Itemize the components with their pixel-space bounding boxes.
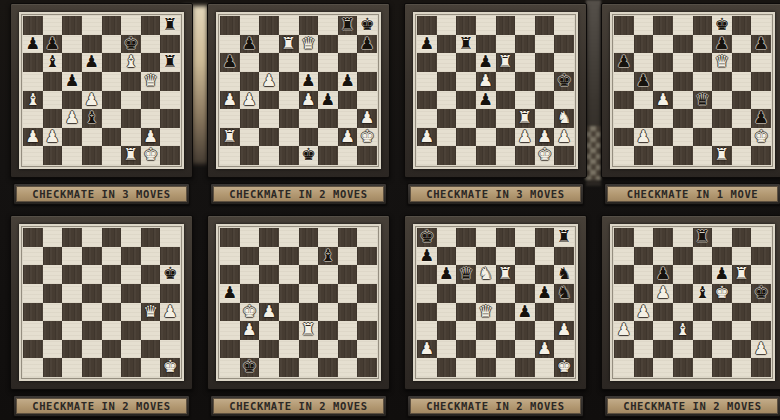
square-e8 [299,16,319,35]
square-c5: ♟ [653,284,673,303]
square-g6 [535,265,555,284]
square-e1 [102,146,122,165]
square-a2: ♟ [417,128,437,147]
square-b6: ♝ [43,53,63,72]
square-b1 [634,358,654,377]
black-pawn-icon: ♟ [715,266,730,283]
square-a7 [220,247,240,266]
square-h2: ♚ [751,128,771,147]
square-f2 [712,128,732,147]
square-c7 [653,35,673,54]
square-e6 [102,53,122,72]
square-a5 [23,284,43,303]
square-g4 [338,91,358,110]
square-d4: ♟ [82,91,102,110]
square-c7 [62,247,82,266]
square-f6 [121,265,141,284]
square-g4 [535,303,555,322]
square-f3 [318,321,338,340]
square-f4: ♟ [318,91,338,110]
square-d7 [673,35,693,54]
puzzle-card-1[interactable]: ♜♟♟♚♝♟♝♜♟♛♝♟♟♝♟♟♟♜♚ CHECKMATE IN 3 MOVES [10,3,193,205]
white-rook-icon: ♜ [518,110,533,127]
square-b8 [240,16,260,35]
white-pawn-icon: ♟ [656,284,671,301]
square-e2 [496,340,516,359]
square-e4 [496,303,516,322]
square-e1 [496,358,516,377]
square-e8 [496,228,516,247]
square-b3 [437,109,457,128]
black-pawn-icon: ♟ [439,266,454,283]
square-e6 [299,265,319,284]
square-g8: ♜ [338,16,358,35]
black-pawn-icon: ♟ [754,35,769,52]
square-e7 [693,247,713,266]
chess-board-4: ♚♟♟♟♛♟♟♛♟♟♚♜ [614,16,771,165]
square-a1 [417,358,437,377]
square-d2 [279,340,299,359]
square-b8 [437,228,457,247]
square-g4 [338,303,358,322]
square-c8 [456,16,476,35]
square-g5 [732,72,752,91]
square-f8 [318,16,338,35]
black-bishop-icon: ♝ [45,54,60,71]
square-a2: ♟ [23,128,43,147]
square-h4 [751,91,771,110]
square-a5 [614,284,634,303]
square-d1 [476,358,496,377]
square-f7 [121,247,141,266]
square-c3 [456,321,476,340]
square-h6 [357,53,377,72]
square-c7: ♜ [456,35,476,54]
square-c7 [456,247,476,266]
square-b3 [634,321,654,340]
square-b1 [437,146,457,165]
square-e3 [102,109,122,128]
white-pawn-icon: ♟ [340,128,355,145]
square-b4: ♟ [634,303,654,322]
square-e5 [496,284,516,303]
square-b8 [634,16,654,35]
white-pawn-icon: ♟ [636,128,651,145]
square-b2 [240,128,260,147]
white-pawn-icon: ♟ [262,303,277,320]
square-b6 [43,265,63,284]
black-pawn-icon: ♟ [754,110,769,127]
square-f6: ♟ [712,265,732,284]
square-b1: ♚ [240,358,260,377]
black-pawn-icon: ♟ [419,35,434,52]
square-h5: ♞ [554,284,574,303]
black-pawn-icon: ♟ [25,35,40,52]
square-c5 [62,284,82,303]
square-h1 [357,146,377,165]
square-d5: ♟ [476,72,496,91]
white-bishop-icon: ♝ [675,322,690,339]
square-h4 [357,91,377,110]
square-b2 [240,340,260,359]
square-g1 [732,146,752,165]
square-a3 [220,321,240,340]
puzzle-card-7[interactable]: ♚♜♟♟♛♞♜♞♟♞♛♟♟♟♟♚ CHECKMATE IN 2 MOVES [404,215,587,417]
black-rook-icon: ♜ [163,17,178,34]
square-d8 [476,16,496,35]
board-frame-6: ♝♟♚♟♟♜♚ [207,215,390,390]
square-h4 [160,91,180,110]
square-c4 [456,303,476,322]
square-g3 [732,109,752,128]
puzzle-row-bottom: ♚♛♟♚ CHECKMATE IN 2 MOVES ♝♟♚♟♟♜♚ CHECKM… [10,215,780,417]
square-f7 [318,35,338,54]
puzzle-label-5: CHECKMATE IN 2 MOVES [16,398,187,414]
square-g2: ♟ [535,340,555,359]
black-king-icon: ♚ [360,17,375,34]
square-d1 [279,358,299,377]
square-b2 [437,340,457,359]
square-h6: ♜ [160,53,180,72]
square-g3 [535,109,555,128]
square-c2 [259,340,279,359]
board-frame-1: ♜♟♟♚♝♟♝♜♟♛♝♟♟♝♟♟♟♜♚ [10,3,193,178]
square-a4 [220,303,240,322]
square-b4 [43,303,63,322]
square-h6 [751,265,771,284]
square-a5 [417,72,437,91]
square-d1 [673,146,693,165]
square-e2 [496,128,516,147]
white-pawn-icon: ♟ [143,128,158,145]
square-b3 [634,109,654,128]
square-e3 [693,321,713,340]
square-d7 [673,247,693,266]
white-pawn-icon: ♟ [25,128,40,145]
puzzle-card-2[interactable]: ♜♚♟♜♛♟♟♟♟♟♟♟♟♟♟♜♟♚♚ CHECKMATE IN 2 MOVES [207,3,390,205]
white-pawn-icon: ♟ [518,128,533,145]
square-b3 [437,321,457,340]
square-h5 [357,72,377,91]
square-f4 [121,303,141,322]
square-c6 [456,53,476,72]
square-g8 [535,228,555,247]
square-g8 [338,228,358,247]
square-g3 [732,321,752,340]
square-d3: ♝ [82,109,102,128]
square-b6 [240,53,260,72]
square-b4 [43,91,63,110]
puzzle-label-plaque-5: CHECKMATE IN 2 MOVES [13,395,190,417]
puzzle-select-screen: ♜♟♟♚♝♟♝♜♟♛♝♟♟♝♟♟♟♜♚ CHECKMATE IN 3 MOVES… [0,0,780,420]
square-a8 [417,16,437,35]
square-a8 [23,16,43,35]
black-pawn-icon: ♟ [65,72,80,89]
square-b4: ♟ [240,91,260,110]
square-d7 [476,247,496,266]
black-pawn-icon: ♟ [478,91,493,108]
square-e6 [693,53,713,72]
puzzle-label-2: CHECKMATE IN 2 MOVES [213,186,384,202]
white-rook-icon: ♜ [715,147,730,164]
square-a3 [220,109,240,128]
square-g4 [732,303,752,322]
square-e6 [102,265,122,284]
board-frame-2: ♜♚♟♜♛♟♟♟♟♟♟♟♟♟♟♜♟♚♚ [207,3,390,178]
square-a2 [614,128,634,147]
square-a7 [220,35,240,54]
square-b3 [240,109,260,128]
white-rook-icon: ♜ [124,147,139,164]
puzzle-label-6: CHECKMATE IN 2 MOVES [213,398,384,414]
square-f4 [515,91,535,110]
square-h2 [357,340,377,359]
square-a6 [417,265,437,284]
square-b5 [437,72,457,91]
square-c3: ♟ [62,109,82,128]
square-h8 [357,228,377,247]
square-h1: ♚ [160,358,180,377]
square-h5 [160,72,180,91]
square-b2 [634,340,654,359]
board-frame-8: ♜♟♟♜♟♝♚♚♟♟♝♟ [601,215,780,390]
square-e8 [102,16,122,35]
square-b6 [437,53,457,72]
square-d5 [82,284,102,303]
square-b7 [437,247,457,266]
square-b8 [43,228,63,247]
square-a6 [23,53,43,72]
white-bishop-icon: ♝ [124,54,139,71]
square-c6: ♛ [456,265,476,284]
square-b5: ♟ [634,72,654,91]
square-b3: ♟ [240,321,260,340]
white-pawn-icon: ♟ [242,91,257,108]
square-f3 [712,109,732,128]
square-a7 [23,247,43,266]
square-f1: ♜ [712,146,732,165]
square-h7 [554,247,574,266]
square-h6: ♚ [160,265,180,284]
square-a8 [23,228,43,247]
square-e3 [102,321,122,340]
square-a3: ♟ [614,321,634,340]
puzzle-card-6[interactable]: ♝♟♚♟♟♜♚ CHECKMATE IN 2 MOVES [207,215,390,417]
square-d3 [82,321,102,340]
square-f2 [318,340,338,359]
square-b7: ♟ [240,35,260,54]
black-pawn-icon: ♟ [537,284,552,301]
square-c7 [62,35,82,54]
square-g7 [338,247,358,266]
square-a2 [614,340,634,359]
square-e1 [693,358,713,377]
square-c2 [456,340,476,359]
square-b1 [43,146,63,165]
chess-board-2: ♜♚♟♜♛♟♟♟♟♟♟♟♟♟♟♜♟♚♚ [220,16,377,165]
puzzle-label-1: CHECKMATE IN 3 MOVES [16,186,187,202]
black-pawn-icon: ♟ [518,303,533,320]
white-king-icon: ♚ [537,147,552,164]
square-g3 [141,109,161,128]
square-d8 [279,16,299,35]
square-d3: ♝ [673,321,693,340]
square-f8 [318,228,338,247]
square-f1: ♜ [121,146,141,165]
square-d7 [82,247,102,266]
square-a1 [220,358,240,377]
square-e4: ♟ [299,91,319,110]
white-pawn-icon: ♟ [557,322,572,339]
puzzle-card-4[interactable]: ♚♟♟♟♛♟♟♛♟♟♚♜ CHECKMATE IN 1 MOVE [601,3,780,205]
square-f2 [318,128,338,147]
square-g2 [732,128,752,147]
white-king-icon: ♚ [143,147,158,164]
square-a8: ♚ [417,228,437,247]
square-h7: ♟ [357,35,377,54]
square-c5: ♟ [62,72,82,91]
square-h1 [160,146,180,165]
square-d3 [279,321,299,340]
square-h6: ♞ [554,265,574,284]
square-h8: ♚ [357,16,377,35]
square-c1 [259,146,279,165]
square-b7 [634,247,654,266]
puzzle-card-8[interactable]: ♜♟♟♜♟♝♚♚♟♟♝♟ CHECKMATE IN 2 MOVES [601,215,780,417]
white-knight-icon: ♞ [478,266,493,283]
square-c6 [62,53,82,72]
puzzle-card-5[interactable]: ♚♛♟♚ CHECKMATE IN 2 MOVES [10,215,193,417]
square-d7 [82,35,102,54]
board-frame-4: ♚♟♟♟♛♟♟♛♟♟♚♜ [601,3,780,178]
white-pawn-icon: ♟ [419,340,434,357]
square-a4 [23,303,43,322]
square-g5 [732,284,752,303]
square-g7 [338,35,358,54]
square-a1 [417,146,437,165]
square-h4 [751,303,771,322]
square-b5 [634,284,654,303]
square-c6: ♟ [653,265,673,284]
white-king-icon: ♚ [163,359,178,376]
square-e4 [102,303,122,322]
square-f6 [318,53,338,72]
white-queen-icon: ♛ [478,303,493,320]
white-pawn-icon: ♟ [419,128,434,145]
square-g8 [535,16,555,35]
square-a7: ♟ [23,35,43,54]
puzzle-label-plaque-1: CHECKMATE IN 3 MOVES [13,183,190,205]
square-f5 [121,284,141,303]
square-d5 [279,72,299,91]
square-f6 [515,265,535,284]
black-king-icon: ♚ [419,229,434,246]
square-h3: ♟ [751,109,771,128]
square-g1 [732,358,752,377]
square-d7 [279,247,299,266]
square-h4 [554,303,574,322]
square-f2 [121,340,141,359]
square-f7: ♚ [121,35,141,54]
square-e6 [299,53,319,72]
square-g2 [732,340,752,359]
square-e7 [299,247,319,266]
square-e1: ♚ [299,146,319,165]
square-c4 [62,303,82,322]
square-g7 [141,35,161,54]
square-e5 [693,72,713,91]
square-d3 [476,109,496,128]
black-pawn-icon: ♟ [478,54,493,71]
square-e5 [102,284,122,303]
square-a8 [220,16,240,35]
square-d2 [82,340,102,359]
square-e5 [496,72,516,91]
square-d6 [673,53,693,72]
white-rook-icon: ♜ [498,54,513,71]
puzzle-label-8: CHECKMATE IN 2 MOVES [607,398,778,414]
square-d2 [82,128,102,147]
square-b5 [437,284,457,303]
square-b4 [634,91,654,110]
square-b3 [43,109,63,128]
square-g8 [141,16,161,35]
puzzle-card-3[interactable]: ♟♜♟♜♟♚♟♜♞♟♟♟♟♚ CHECKMATE IN 3 MOVES [404,3,587,205]
square-c4 [259,91,279,110]
square-b8 [437,16,457,35]
square-g6 [141,265,161,284]
square-a8 [614,16,634,35]
square-d2 [673,340,693,359]
square-f1 [318,146,338,165]
square-c4 [653,303,673,322]
square-h5: ♚ [751,284,771,303]
square-g8 [732,228,752,247]
square-h8: ♜ [554,228,574,247]
square-a3 [23,109,43,128]
square-c1 [62,358,82,377]
puzzle-label-plaque-4: CHECKMATE IN 1 MOVE [604,183,780,205]
square-c3 [653,109,673,128]
square-d6 [673,265,693,284]
square-d2 [476,340,496,359]
square-g1 [338,146,358,165]
square-f5 [318,284,338,303]
square-e2 [102,128,122,147]
square-e3 [693,109,713,128]
square-f2 [515,340,535,359]
square-f7 [515,35,535,54]
square-f6: ♛ [712,53,732,72]
square-a6 [417,53,437,72]
square-b2: ♟ [43,128,63,147]
square-h2 [160,340,180,359]
square-a2: ♜ [220,128,240,147]
square-g2 [141,340,161,359]
square-f4 [121,91,141,110]
puzzle-label-4: CHECKMATE IN 1 MOVE [607,186,778,202]
square-d2 [476,128,496,147]
square-f2: ♟ [515,128,535,147]
square-d5 [476,284,496,303]
square-e3 [496,109,516,128]
square-b2 [437,128,457,147]
square-g1: ♚ [535,146,555,165]
square-d3 [279,109,299,128]
white-queen-icon: ♛ [143,72,158,89]
white-rook-icon: ♜ [301,322,316,339]
square-c8 [653,16,673,35]
